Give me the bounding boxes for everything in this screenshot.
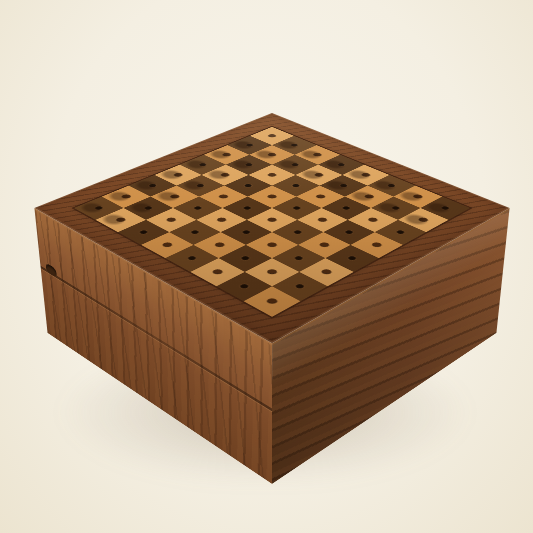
square-r4-c7 [325,245,378,272]
square-r6-c6 [245,258,299,286]
white-pawn-glyph: ♟ [410,189,436,219]
square-r6-c5 [219,245,272,272]
square-r6-c7 [272,272,328,301]
square-r4-c6 [298,232,350,258]
square-r5-c6 [272,245,325,272]
square-r4-c4 [247,208,297,232]
perspective-wrapper: ♞♞♝♟♝♛♟♟♚♚♟♟♛♝♟♟♝♞♟♟♞♜♟♟♜♟♟ [0,0,533,533]
square-r3-c5 [297,208,347,232]
square-r7-c6 [216,272,272,301]
king-gold-finial [200,117,206,123]
square-r5-c7 [299,258,353,286]
square-r4-c5 [272,220,323,245]
square-r7-c4 [165,245,218,272]
white-pawn-glyph: ♟ [383,178,409,207]
square-r7-c3 [141,232,193,258]
square-r5-c3 [196,208,246,232]
square-r3-c6 [323,220,374,245]
square-r3-c7 [351,232,403,258]
black-pawn-glyph: ♟ [107,189,133,219]
square-r7-c7 [244,286,301,317]
black-pawn-glyph: ♟ [135,178,161,207]
square-r6-c2 [146,208,196,232]
square-r2-c7 [375,220,426,245]
chess-box-lid: ♞♞♝♟♝♛♟♟♚♚♟♟♛♝♟♟♝♞♟♟♞♜♟♟♜♟♟ [34,113,509,343]
box-thumb-notch [46,262,57,278]
square-r6-c4 [193,232,245,258]
square-r5-c5 [246,232,298,258]
square-r7-c2 [118,220,169,245]
king-gold-finial [363,126,369,132]
product-photo-scene: ♞♞♝♟♝♛♟♟♚♚♟♟♛♝♟♟♝♞♟♟♞♜♟♟♜♟♟ [0,0,533,533]
square-r5-c4 [221,220,272,245]
square-r7-c5 [190,258,244,286]
square-r2-c6 [348,208,398,232]
square-r6-c3 [169,220,220,245]
